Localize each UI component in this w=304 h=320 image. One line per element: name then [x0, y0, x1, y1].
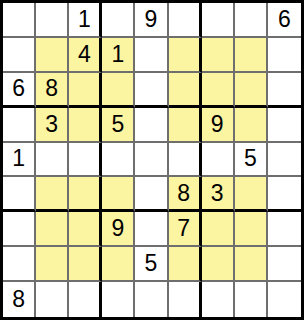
- cell-r3c3[interactable]: [69, 73, 102, 108]
- cell-r3c1[interactable]: 6: [3, 73, 36, 108]
- cell-r6c4[interactable]: [102, 177, 135, 212]
- cell-r1c1[interactable]: [3, 3, 36, 38]
- cell-r4c5[interactable]: [135, 108, 168, 143]
- cell-r8c4[interactable]: [102, 247, 135, 282]
- cell-r3c9[interactable]: [268, 73, 301, 108]
- cell-r9c7[interactable]: [202, 282, 235, 317]
- cell-r3c2[interactable]: 8: [36, 73, 69, 108]
- cell-r6c7[interactable]: 3: [202, 177, 235, 212]
- cell-r2c2[interactable]: [36, 38, 69, 73]
- cell-r4c1[interactable]: [3, 108, 36, 143]
- cell-r4c4[interactable]: 5: [102, 108, 135, 143]
- cell-r8c5[interactable]: 5: [135, 247, 168, 282]
- cell-r3c5[interactable]: [135, 73, 168, 108]
- cell-r3c4[interactable]: [102, 73, 135, 108]
- cell-r5c7[interactable]: [202, 143, 235, 178]
- cell-r5c3[interactable]: [69, 143, 102, 178]
- cell-r5c5[interactable]: [135, 143, 168, 178]
- cell-r6c1[interactable]: [3, 177, 36, 212]
- cell-r5c1[interactable]: 1: [3, 143, 36, 178]
- cell-r7c7[interactable]: [202, 212, 235, 247]
- cell-r4c3[interactable]: [69, 108, 102, 143]
- cell-r5c9[interactable]: [268, 143, 301, 178]
- cell-r6c3[interactable]: [69, 177, 102, 212]
- cell-r9c4[interactable]: [102, 282, 135, 317]
- cell-r6c9[interactable]: [268, 177, 301, 212]
- cell-r9c6[interactable]: [169, 282, 202, 317]
- cell-r1c9[interactable]: 6: [268, 3, 301, 38]
- cell-r9c5[interactable]: [135, 282, 168, 317]
- cell-r2c6[interactable]: [169, 38, 202, 73]
- cell-r7c3[interactable]: [69, 212, 102, 247]
- cell-r2c8[interactable]: [235, 38, 268, 73]
- cell-r6c2[interactable]: [36, 177, 69, 212]
- cell-r1c8[interactable]: [235, 3, 268, 38]
- cell-r9c8[interactable]: [235, 282, 268, 317]
- cell-r5c6[interactable]: [169, 143, 202, 178]
- cell-r7c6[interactable]: 7: [169, 212, 202, 247]
- cell-r2c5[interactable]: [135, 38, 168, 73]
- cell-r4c2[interactable]: 3: [36, 108, 69, 143]
- cell-r1c7[interactable]: [202, 3, 235, 38]
- cell-r6c6[interactable]: 8: [169, 177, 202, 212]
- cell-r6c5[interactable]: [135, 177, 168, 212]
- cell-r4c7[interactable]: 9: [202, 108, 235, 143]
- cell-r1c3[interactable]: 1: [69, 3, 102, 38]
- cell-r2c7[interactable]: [202, 38, 235, 73]
- cell-r8c1[interactable]: [3, 247, 36, 282]
- cell-r1c2[interactable]: [36, 3, 69, 38]
- sudoku-board: 196416835915839758: [0, 0, 304, 320]
- cell-r1c4[interactable]: [102, 3, 135, 38]
- cell-r3c8[interactable]: [235, 73, 268, 108]
- cell-r8c3[interactable]: [69, 247, 102, 282]
- cell-r3c7[interactable]: [202, 73, 235, 108]
- cell-r1c5[interactable]: 9: [135, 3, 168, 38]
- cell-r7c8[interactable]: [235, 212, 268, 247]
- cell-r7c4[interactable]: 9: [102, 212, 135, 247]
- cell-r8c9[interactable]: [268, 247, 301, 282]
- cell-r9c2[interactable]: [36, 282, 69, 317]
- cell-r1c6[interactable]: [169, 3, 202, 38]
- cell-r8c7[interactable]: [202, 247, 235, 282]
- cell-r4c8[interactable]: [235, 108, 268, 143]
- cell-r5c4[interactable]: [102, 143, 135, 178]
- cell-r2c4[interactable]: 1: [102, 38, 135, 73]
- cell-r8c8[interactable]: [235, 247, 268, 282]
- cell-r5c2[interactable]: [36, 143, 69, 178]
- cell-r6c8[interactable]: [235, 177, 268, 212]
- cell-r7c1[interactable]: [3, 212, 36, 247]
- cell-r9c9[interactable]: [268, 282, 301, 317]
- cell-r4c9[interactable]: [268, 108, 301, 143]
- cell-r7c2[interactable]: [36, 212, 69, 247]
- cell-r2c3[interactable]: 4: [69, 38, 102, 73]
- cell-r8c2[interactable]: [36, 247, 69, 282]
- cell-r5c8[interactable]: 5: [235, 143, 268, 178]
- cell-r3c6[interactable]: [169, 73, 202, 108]
- cell-r2c9[interactable]: [268, 38, 301, 73]
- sudoku-page: 196416835915839758: [0, 0, 304, 320]
- cell-r7c9[interactable]: [268, 212, 301, 247]
- cell-r9c3[interactable]: [69, 282, 102, 317]
- cell-r8c6[interactable]: [169, 247, 202, 282]
- cell-r4c6[interactable]: [169, 108, 202, 143]
- cell-r2c1[interactable]: [3, 38, 36, 73]
- cell-r9c1[interactable]: 8: [3, 282, 36, 317]
- cell-r7c5[interactable]: [135, 212, 168, 247]
